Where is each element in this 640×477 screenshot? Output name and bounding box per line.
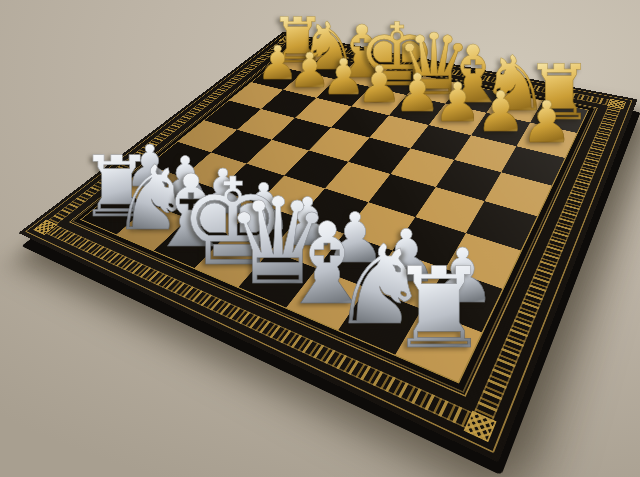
photo-backdrop: ♜♞♝♛♚♝♞♜♟♟♟♟♟♟♟♟♟♟♟♟♟♟♟♟♜♞♝♛♚♝♞♜ <box>0 0 640 477</box>
chess-board <box>18 32 637 463</box>
